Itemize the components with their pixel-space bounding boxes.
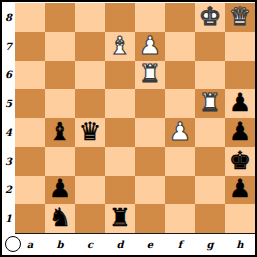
square-b8[interactable]: [45, 3, 75, 32]
square-a3[interactable]: [15, 147, 45, 176]
file-labels: abcdefgh: [15, 235, 255, 253]
square-c7[interactable]: [75, 32, 105, 61]
file-label-h: h: [225, 235, 255, 253]
rank-label-3: 3: [2, 147, 15, 176]
file-label-e: e: [135, 235, 165, 253]
piece-wP-f4[interactable]: ♟: [169, 119, 191, 144]
square-g8[interactable]: ♚: [195, 3, 225, 32]
piece-bP-h2[interactable]: ♟: [229, 176, 251, 201]
square-d2[interactable]: [105, 176, 135, 205]
square-b2[interactable]: ♟: [45, 176, 75, 205]
rank-label-8: 8: [2, 3, 15, 32]
piece-wK-g8[interactable]: ♚: [199, 4, 221, 29]
square-g7[interactable]: [195, 32, 225, 61]
square-c1[interactable]: [75, 204, 105, 233]
square-e3[interactable]: [135, 147, 165, 176]
square-c5[interactable]: [75, 89, 105, 118]
square-e4[interactable]: [135, 118, 165, 147]
square-b7[interactable]: [45, 32, 75, 61]
square-e2[interactable]: [135, 176, 165, 205]
square-h7[interactable]: [225, 32, 255, 61]
square-d1[interactable]: ♜: [105, 204, 135, 233]
rank-label-7: 7: [2, 32, 15, 61]
square-f1[interactable]: [165, 204, 195, 233]
piece-bP-h5[interactable]: ♟: [229, 90, 251, 115]
square-c4[interactable]: ♛: [75, 118, 105, 147]
square-e1[interactable]: [135, 204, 165, 233]
piece-bQ-c4[interactable]: ♛: [79, 119, 101, 144]
square-a4[interactable]: [15, 118, 45, 147]
rank-label-1: 1: [2, 204, 15, 233]
piece-wR-e6[interactable]: ♜: [139, 61, 161, 86]
square-h4[interactable]: ♟: [225, 118, 255, 147]
square-a7[interactable]: [15, 32, 45, 61]
file-label-g: g: [195, 235, 225, 253]
square-g2[interactable]: [195, 176, 225, 205]
square-d6[interactable]: [105, 61, 135, 90]
piece-bN-b1[interactable]: ♞: [49, 205, 71, 230]
square-g6[interactable]: [195, 61, 225, 90]
piece-wP-e7[interactable]: ♟: [139, 33, 161, 58]
rank-label-2: 2: [2, 176, 15, 205]
file-label-f: f: [165, 235, 195, 253]
square-b4[interactable]: ♝: [45, 118, 75, 147]
square-g1[interactable]: [195, 204, 225, 233]
piece-bR-d1[interactable]: ♜: [109, 205, 131, 230]
square-g5[interactable]: ♜: [195, 89, 225, 118]
square-f4[interactable]: ♟: [165, 118, 195, 147]
piece-wQ-h8[interactable]: ♛: [229, 4, 251, 29]
square-f8[interactable]: [165, 3, 195, 32]
piece-wR-g5[interactable]: ♜: [199, 90, 221, 115]
square-f3[interactable]: [165, 147, 195, 176]
square-f2[interactable]: [165, 176, 195, 205]
square-b3[interactable]: [45, 147, 75, 176]
rank-label-4: 4: [2, 118, 15, 147]
rank-label-5: 5: [2, 89, 15, 118]
file-label-d: d: [105, 235, 135, 253]
square-a1[interactable]: [15, 204, 45, 233]
square-h3[interactable]: ♚: [225, 147, 255, 176]
white-to-move-indicator: [5, 236, 21, 252]
square-f7[interactable]: [165, 32, 195, 61]
file-label-c: c: [75, 235, 105, 253]
file-label-b: b: [45, 235, 75, 253]
square-h5[interactable]: ♟: [225, 89, 255, 118]
square-b5[interactable]: [45, 89, 75, 118]
piece-bP-b2[interactable]: ♟: [49, 176, 71, 201]
piece-bB-b4[interactable]: ♝: [49, 119, 71, 144]
square-d4[interactable]: [105, 118, 135, 147]
square-d3[interactable]: [105, 147, 135, 176]
square-d5[interactable]: [105, 89, 135, 118]
square-a6[interactable]: [15, 61, 45, 90]
square-c6[interactable]: [75, 61, 105, 90]
square-b6[interactable]: [45, 61, 75, 90]
square-c8[interactable]: [75, 3, 105, 32]
square-e6[interactable]: ♜: [135, 61, 165, 90]
square-c3[interactable]: [75, 147, 105, 176]
rank-label-6: 6: [2, 61, 15, 90]
piece-bK-h3[interactable]: ♚: [229, 148, 251, 173]
square-c2[interactable]: [75, 176, 105, 205]
square-e5[interactable]: [135, 89, 165, 118]
piece-bP-h4[interactable]: ♟: [229, 119, 251, 144]
chess-diagram: 87654321 ♚♛♝♟♜♜♟♝♛♟♟♚♟♟♞♜ abcdefgh: [0, 0, 257, 257]
square-h1[interactable]: [225, 204, 255, 233]
square-a2[interactable]: [15, 176, 45, 205]
square-d8[interactable]: [105, 3, 135, 32]
square-a8[interactable]: [15, 3, 45, 32]
piece-wB-d7[interactable]: ♝: [109, 33, 131, 58]
square-h6[interactable]: [225, 61, 255, 90]
square-b1[interactable]: ♞: [45, 204, 75, 233]
square-a5[interactable]: [15, 89, 45, 118]
square-d7[interactable]: ♝: [105, 32, 135, 61]
rank-labels: 87654321: [2, 3, 15, 233]
chess-board: ♚♛♝♟♜♜♟♝♛♟♟♚♟♟♞♜: [15, 3, 255, 234]
square-f6[interactable]: [165, 61, 195, 90]
square-h8[interactable]: ♛: [225, 3, 255, 32]
square-e7[interactable]: ♟: [135, 32, 165, 61]
square-h2[interactable]: ♟: [225, 176, 255, 205]
square-f5[interactable]: [165, 89, 195, 118]
square-g4[interactable]: [195, 118, 225, 147]
square-e8[interactable]: [135, 3, 165, 32]
square-g3[interactable]: [195, 147, 225, 176]
